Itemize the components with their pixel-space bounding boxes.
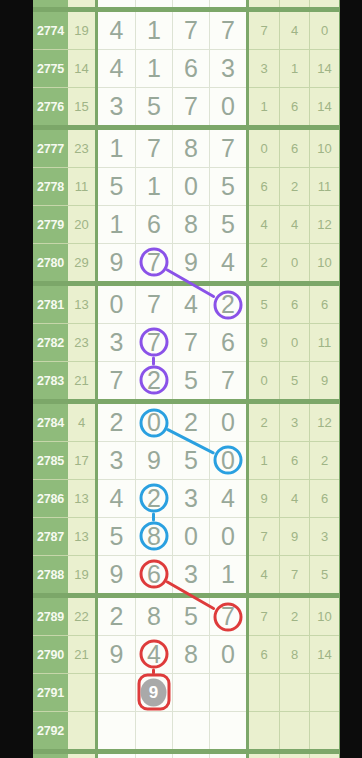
digit-cell: 7 (135, 323, 172, 361)
stat-cell (279, 0, 309, 7)
digit-cell: 1 (135, 12, 172, 49)
digit-cell: 9 (98, 635, 135, 673)
digit-cell: 0 (209, 87, 246, 125)
digit-cell: 5 (209, 205, 246, 243)
table-row-2777: 27772317870610 (33, 130, 339, 167)
digit-cell: 5 (172, 441, 209, 479)
digit-cell: 9 (98, 555, 135, 593)
stat-cell (279, 754, 309, 758)
digit-cell: 4 (209, 479, 246, 517)
sum-cell: 4 (68, 404, 95, 441)
stat-cell: 4 (249, 205, 279, 243)
stat-cell (309, 0, 339, 7)
digit-cell: 0 (209, 441, 246, 479)
stat-cell: 1 (249, 87, 279, 125)
digit-cell: 3 (98, 87, 135, 125)
digit-cell: 8 (172, 205, 209, 243)
digit-cell (98, 0, 135, 7)
digit-cell: 0 (209, 517, 246, 555)
sum-cell: 21 (68, 361, 95, 399)
digit-cell (135, 0, 172, 7)
table-row-2791: 2791 (33, 673, 339, 711)
stat-cell: 11 (309, 167, 339, 205)
stat-cell (309, 673, 339, 711)
digit-cell: 7 (172, 323, 209, 361)
stat-cell: 1 (249, 441, 279, 479)
sum-cell: 29 (68, 243, 95, 281)
table-row-2788: 2788199631475 (33, 555, 339, 593)
digit-cell: 9 (135, 441, 172, 479)
sum-cell: 15 (68, 87, 95, 125)
table-row-2787: 2787135800793 (33, 517, 339, 555)
digit-cell: 4 (172, 286, 209, 323)
stat-cell: 3 (279, 404, 309, 441)
stat-cell (249, 711, 279, 749)
digit-cell (135, 754, 172, 758)
sum-cell (68, 0, 95, 7)
stat-cell: 4 (249, 555, 279, 593)
sum-cell: 21 (68, 635, 95, 673)
digit-cell: 0 (135, 404, 172, 441)
stat-cell: 8 (279, 635, 309, 673)
digit-cell: 9 (172, 243, 209, 281)
digit-cell (172, 673, 209, 711)
stat-cell: 9 (249, 323, 279, 361)
draw-number-cell: 2786 (33, 479, 68, 517)
stat-cell: 10 (309, 598, 339, 635)
stat-cell: 2 (279, 167, 309, 205)
lottery-trend-screen: 2774194177740277514416331142776153570161… (0, 0, 362, 758)
digit-cell: 5 (209, 167, 246, 205)
stat-cell: 7 (249, 517, 279, 555)
digit-cell: 2 (209, 286, 246, 323)
digit-cell: 3 (172, 555, 209, 593)
digit-cell (98, 711, 135, 749)
stat-cell: 9 (309, 361, 339, 399)
digit-cell (98, 754, 135, 758)
draw-number-cell (33, 754, 68, 758)
digit-cell: 6 (135, 205, 172, 243)
sum-cell: 11 (68, 167, 95, 205)
sum-cell: 14 (68, 49, 95, 87)
digit-cell: 4 (135, 635, 172, 673)
draw-number-cell: 2792 (33, 711, 68, 749)
digit-cell (135, 711, 172, 749)
draw-number-cell: 2787 (33, 517, 68, 555)
stat-cell: 9 (249, 479, 279, 517)
stat-cell: 6 (279, 441, 309, 479)
draw-number-cell: 2783 (33, 361, 68, 399)
digit-cell: 7 (209, 598, 246, 635)
digit-cell: 8 (172, 130, 209, 167)
stat-cell: 6 (309, 479, 339, 517)
digit-cell: 2 (98, 598, 135, 635)
stat-cell (309, 711, 339, 749)
stat-cell: 5 (309, 555, 339, 593)
table-row-2785: 2785173950162 (33, 441, 339, 479)
digit-cell: 3 (209, 49, 246, 87)
stat-cell: 14 (309, 635, 339, 673)
stat-cell (279, 711, 309, 749)
sum-cell: 23 (68, 323, 95, 361)
digit-cell: 5 (172, 598, 209, 635)
digit-cell: 5 (172, 361, 209, 399)
draw-number-cell: 2775 (33, 49, 68, 87)
digit-cell: 7 (135, 243, 172, 281)
stat-cell: 6 (309, 286, 339, 323)
table-row-2776: 27761535701614 (33, 87, 339, 125)
table-row-2782: 27822337769011 (33, 323, 339, 361)
stat-cell: 12 (309, 404, 339, 441)
draw-number-cell: 2791 (33, 673, 68, 711)
sum-cell: 20 (68, 205, 95, 243)
table-row-2783: 2783217257059 (33, 361, 339, 399)
sum-cell: 13 (68, 517, 95, 555)
stat-cell: 14 (309, 49, 339, 87)
digit-cell: 7 (172, 12, 209, 49)
stat-cell: 10 (309, 130, 339, 167)
sum-cell (68, 673, 95, 711)
table-row-2775: 27751441633114 (33, 49, 339, 87)
draw-number-cell: 2779 (33, 205, 68, 243)
table-row-2774: 2774194177740 (33, 12, 339, 49)
stat-cell: 7 (279, 555, 309, 593)
digit-cell: 1 (135, 49, 172, 87)
stat-cell: 2 (249, 404, 279, 441)
draw-number-cell: 2790 (33, 635, 68, 673)
draw-number-cell (33, 0, 68, 7)
stat-cell: 0 (279, 323, 309, 361)
draw-number-cell: 2788 (33, 555, 68, 593)
stat-cell: 0 (309, 12, 339, 49)
draw-number-cell: 2782 (33, 323, 68, 361)
stat-cell: 4 (279, 479, 309, 517)
stat-cell (249, 0, 279, 7)
digit-cell: 1 (98, 205, 135, 243)
table-row-2789: 27892228577210 (33, 598, 339, 635)
stat-cell: 5 (279, 361, 309, 399)
digit-cell (172, 711, 209, 749)
stat-cell: 3 (309, 517, 339, 555)
stat-cell: 0 (249, 130, 279, 167)
stat-cell: 14 (309, 87, 339, 125)
digit-cell (172, 0, 209, 7)
table-row-2781: 2781130742566 (33, 286, 339, 323)
digit-cell: 1 (209, 555, 246, 593)
sum-cell: 22 (68, 598, 95, 635)
table-row-2780: 27802997942010 (33, 243, 339, 281)
stat-cell (309, 754, 339, 758)
digit-cell: 7 (135, 286, 172, 323)
digit-cell (135, 673, 172, 711)
stat-cell: 6 (249, 635, 279, 673)
digit-cell: 7 (209, 12, 246, 49)
digit-cell: 4 (98, 479, 135, 517)
digit-cell (209, 754, 246, 758)
digit-cell: 6 (135, 555, 172, 593)
stat-cell: 11 (309, 323, 339, 361)
digit-cell: 3 (98, 441, 135, 479)
digit-cell: 7 (172, 87, 209, 125)
stat-cell: 1 (279, 49, 309, 87)
digit-cell: 2 (135, 361, 172, 399)
digit-cell: 1 (98, 130, 135, 167)
digit-cell: 4 (209, 243, 246, 281)
digit-cell: 0 (98, 286, 135, 323)
digit-cell: 2 (172, 404, 209, 441)
digit-cell: 7 (98, 361, 135, 399)
table-row-2786: 2786134234946 (33, 479, 339, 517)
stat-cell: 6 (249, 167, 279, 205)
digit-cell: 5 (98, 517, 135, 555)
sum-cell: 19 (68, 12, 95, 49)
table-row-partial (33, 754, 339, 758)
stat-cell (249, 673, 279, 711)
stat-cell: 9 (279, 517, 309, 555)
draw-number-cell: 2777 (33, 130, 68, 167)
sum-cell: 23 (68, 130, 95, 167)
trend-table[interactable]: 2774194177740277514416331142776153570161… (33, 0, 340, 758)
digit-cell: 8 (135, 517, 172, 555)
stat-cell: 2 (309, 441, 339, 479)
digit-cell: 0 (209, 404, 246, 441)
digit-cell: 9 (98, 243, 135, 281)
table-row-partial (33, 0, 339, 7)
digit-cell: 6 (172, 49, 209, 87)
stat-cell: 10 (309, 243, 339, 281)
draw-number-cell: 2784 (33, 404, 68, 441)
table-row-2778: 27781151056211 (33, 167, 339, 205)
digit-cell (209, 673, 246, 711)
digit-cell: 8 (135, 598, 172, 635)
table-row-2790: 27902194806814 (33, 635, 339, 673)
stat-cell: 5 (249, 286, 279, 323)
digit-cell: 5 (98, 167, 135, 205)
digit-cell (209, 0, 246, 7)
stat-cell (279, 673, 309, 711)
sum-cell: 17 (68, 441, 95, 479)
digit-cell: 3 (98, 323, 135, 361)
sum-cell: 19 (68, 555, 95, 593)
digit-cell: 0 (209, 635, 246, 673)
table-row-2779: 27792016854412 (33, 205, 339, 243)
digit-cell: 7 (209, 361, 246, 399)
stat-cell: 6 (279, 130, 309, 167)
stat-cell: 0 (249, 361, 279, 399)
digit-cell: 4 (98, 12, 135, 49)
digit-cell: 1 (135, 167, 172, 205)
digit-cell (209, 711, 246, 749)
draw-number-cell: 2774 (33, 12, 68, 49)
sum-cell: 13 (68, 286, 95, 323)
digit-cell: 3 (172, 479, 209, 517)
stat-cell: 7 (249, 12, 279, 49)
digit-cell: 4 (98, 49, 135, 87)
stat-cell: 12 (309, 205, 339, 243)
digit-cell (172, 754, 209, 758)
digit-cell: 6 (209, 323, 246, 361)
draw-number-cell: 2789 (33, 598, 68, 635)
table-row-2784: 2784420202312 (33, 404, 339, 441)
stat-cell: 0 (279, 243, 309, 281)
stat-cell: 4 (279, 12, 309, 49)
digit-cell (98, 673, 135, 711)
sum-cell: 13 (68, 479, 95, 517)
digit-cell: 0 (172, 517, 209, 555)
stat-cell: 2 (279, 598, 309, 635)
stat-cell: 2 (249, 243, 279, 281)
sum-cell (68, 754, 95, 758)
draw-number-cell: 2781 (33, 286, 68, 323)
draw-number-cell: 2785 (33, 441, 68, 479)
draw-number-cell: 2776 (33, 87, 68, 125)
digit-cell: 0 (172, 167, 209, 205)
digit-cell: 2 (135, 479, 172, 517)
table-row-2792: 2792 (33, 711, 339, 749)
stat-cell (249, 754, 279, 758)
stat-cell: 3 (249, 49, 279, 87)
stat-cell: 7 (249, 598, 279, 635)
digit-cell: 5 (135, 87, 172, 125)
stat-cell: 6 (279, 87, 309, 125)
digit-cell: 2 (98, 404, 135, 441)
draw-number-cell: 2780 (33, 243, 68, 281)
sum-cell (68, 711, 95, 749)
digit-cell: 7 (209, 130, 246, 167)
draw-number-cell: 2778 (33, 167, 68, 205)
digit-cell: 8 (172, 635, 209, 673)
stat-cell: 6 (279, 286, 309, 323)
digit-cell: 7 (135, 130, 172, 167)
stat-cell: 4 (279, 205, 309, 243)
